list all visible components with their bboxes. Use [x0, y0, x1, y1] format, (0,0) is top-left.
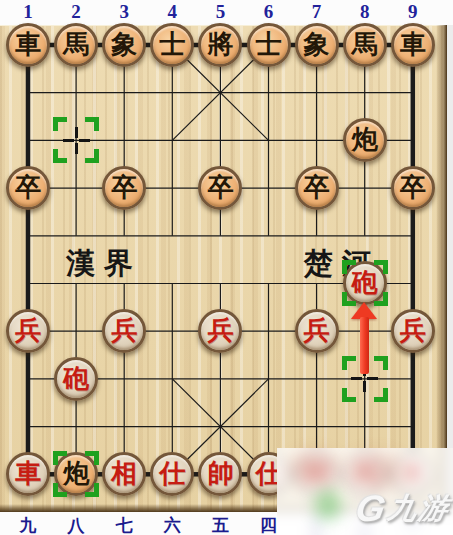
file-label-top-5: 5: [216, 1, 226, 23]
board-edge-right: [436, 25, 447, 512]
file-label-top-8: 8: [360, 1, 370, 23]
black-piece-馬[interactable]: 馬: [54, 23, 98, 67]
black-piece-卒[interactable]: 卒: [295, 166, 339, 210]
blurred-piece-smudge: [291, 454, 337, 484]
red-piece-兵[interactable]: 兵: [295, 309, 339, 353]
black-piece-車[interactable]: 車: [391, 23, 435, 67]
jiuyou-logo-icon: G: [353, 488, 389, 529]
black-piece-卒[interactable]: 卒: [198, 166, 242, 210]
black-piece-士[interactable]: 士: [150, 23, 194, 67]
red-piece-兵[interactable]: 兵: [102, 309, 146, 353]
xiangqi-board: 漢界 楚河 車馬象士將士象馬車炮卒卒卒卒卒砲兵兵兵兵兵砲車炮相仕帥仕相馬車: [0, 25, 447, 512]
red-piece-兵[interactable]: 兵: [6, 309, 50, 353]
jiuyou-logo-text: 九游: [385, 492, 453, 524]
red-piece-帥[interactable]: 帥: [198, 452, 242, 496]
black-piece-炮[interactable]: 炮: [343, 118, 387, 162]
black-piece-卒[interactable]: 卒: [102, 166, 146, 210]
black-piece-車[interactable]: 車: [6, 23, 50, 67]
black-piece-卒[interactable]: 卒: [6, 166, 50, 210]
black-piece-炮[interactable]: 炮: [54, 452, 98, 496]
move-origin-marker: [342, 356, 388, 402]
crosshair-icon: [351, 365, 378, 392]
black-piece-馬[interactable]: 馬: [343, 23, 387, 67]
file-label-bottom-八: 八: [68, 514, 85, 535]
file-label-bottom-七: 七: [116, 514, 133, 535]
move-origin-marker: [53, 117, 99, 163]
file-label-bottom-六: 六: [164, 514, 181, 535]
blurred-piece-smudge: [347, 456, 403, 486]
crosshair-icon: [63, 127, 90, 154]
red-piece-砲[interactable]: 砲: [343, 261, 387, 305]
file-label-top-4: 4: [168, 1, 178, 23]
file-label-top-2: 2: [71, 1, 81, 23]
red-piece-仕[interactable]: 仕: [150, 452, 194, 496]
xiangqi-app: 123456789 漢界 楚河 車馬象士將士象馬車炮卒卒卒卒卒砲兵兵兵兵兵砲車炮…: [0, 0, 453, 535]
blurred-green-smudge: [315, 490, 341, 520]
black-piece-卒[interactable]: 卒: [391, 166, 435, 210]
red-piece-相[interactable]: 相: [102, 452, 146, 496]
red-piece-兵[interactable]: 兵: [198, 309, 242, 353]
file-label-top-6: 6: [264, 1, 274, 23]
red-piece-車[interactable]: 車: [6, 452, 50, 496]
jiuyou-watermark-logo: G九游: [353, 488, 453, 530]
file-label-bottom-四: 四: [260, 514, 277, 535]
black-piece-象[interactable]: 象: [102, 23, 146, 67]
file-label-top-1: 1: [23, 1, 33, 23]
red-piece-砲[interactable]: 砲: [54, 357, 98, 401]
file-label-top-3: 3: [119, 1, 129, 23]
file-label-bottom-五: 五: [212, 514, 229, 535]
watermark-overlay: G九游: [277, 448, 453, 535]
black-piece-士[interactable]: 士: [247, 23, 291, 67]
red-piece-兵[interactable]: 兵: [391, 309, 435, 353]
black-piece-將[interactable]: 將: [198, 23, 242, 67]
board-grid: 車馬象士將士象馬車炮卒卒卒卒卒砲兵兵兵兵兵砲車炮相仕帥仕相馬車: [4, 21, 437, 498]
file-label-top-7: 7: [312, 1, 322, 23]
file-label-top-9: 9: [408, 1, 418, 23]
black-piece-象[interactable]: 象: [295, 23, 339, 67]
file-label-bottom-九: 九: [20, 514, 37, 535]
